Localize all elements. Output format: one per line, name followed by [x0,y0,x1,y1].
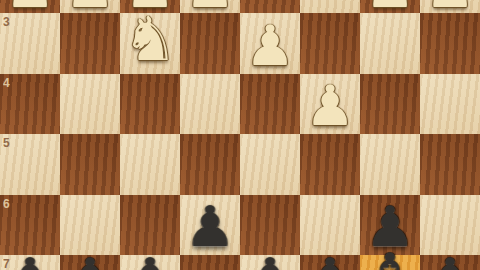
white-pawn-icon: ♟ [425,0,475,16]
piece-black-pawn-e6[interactable]: ♟ [180,195,240,256]
piece-white-pawn-e2[interactable]: ♟ [180,0,240,16]
rank-label-5: 5 [3,136,10,150]
piece-black-pawn-f7[interactable]: ♟ [120,246,180,270]
black-pawn-icon: ♟ [305,251,355,270]
square-d4[interactable] [240,74,300,135]
piece-white-pawn-d3[interactable]: ♟ [240,13,300,74]
piece-black-pawn-d7[interactable]: ♟ [240,246,300,270]
chess-app-screen: 34567♟♟♟♟♟♟♞♟♟♟♟♟♟♟♟♟♝♟ [0,0,480,270]
piece-black-pawn-c7[interactable]: ♟ [300,246,360,270]
black-pawn-icon: ♟ [185,199,235,255]
square-e4[interactable] [180,74,240,135]
black-pawn-icon: ♟ [5,251,55,270]
rank-label-3: 3 [3,15,10,29]
square-f5[interactable] [120,134,180,195]
square-g5[interactable] [60,134,120,195]
square-b5[interactable] [360,134,420,195]
white-pawn-icon: ♟ [245,18,295,74]
black-pawn-icon: ♟ [65,251,115,270]
square-a5[interactable] [420,134,480,195]
chess-board: 34567♟♟♟♟♟♟♞♟♟♟♟♟♟♟♟♟♝♟ [0,0,480,270]
white-pawn-icon: ♟ [5,0,55,16]
black-pawn-icon: ♟ [245,251,295,270]
piece-white-knight-f3[interactable]: ♞ [120,8,180,69]
rank-label-4: 4 [3,76,10,90]
square-g3[interactable] [60,13,120,74]
white-pawn-icon: ♟ [365,0,415,16]
white-pawn-icon: ♟ [65,0,115,16]
rank-label-6: 6 [3,197,10,211]
piece-white-pawn-h2[interactable]: ♟ [0,0,60,16]
square-d2[interactable] [240,0,300,13]
square-e3[interactable] [180,13,240,74]
square-a4[interactable] [420,74,480,135]
square-f4[interactable] [120,74,180,135]
black-bishop-icon: ♝ [363,245,417,270]
black-pawn-icon: ♟ [125,251,175,270]
piece-white-pawn-b2[interactable]: ♟ [360,0,420,16]
rank-label-7: 7 [3,257,10,270]
square-g4[interactable] [60,74,120,135]
piece-black-bishop-b7[interactable]: ♝ [360,244,420,270]
piece-black-pawn-a7[interactable]: ♟ [420,246,480,270]
piece-white-pawn-c4[interactable]: ♟ [300,74,360,135]
square-c3[interactable] [300,13,360,74]
white-pawn-icon: ♟ [305,78,355,134]
square-c2[interactable] [300,0,360,13]
white-pawn-icon: ♟ [185,0,235,16]
black-pawn-icon: ♟ [425,251,475,270]
square-c5[interactable] [300,134,360,195]
square-b4[interactable] [360,74,420,135]
square-a3[interactable] [420,13,480,74]
square-b3[interactable] [360,13,420,74]
square-e5[interactable] [180,134,240,195]
piece-white-pawn-g2[interactable]: ♟ [60,0,120,16]
piece-white-pawn-a2[interactable]: ♟ [420,0,480,16]
square-d5[interactable] [240,134,300,195]
white-knight-icon: ♞ [123,8,178,69]
piece-black-pawn-g7[interactable]: ♟ [60,246,120,270]
